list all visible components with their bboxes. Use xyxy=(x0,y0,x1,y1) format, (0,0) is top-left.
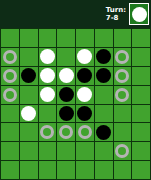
board-cell-e5[interactable] xyxy=(76,105,94,123)
board-cell-e4[interactable] xyxy=(76,86,94,104)
board-cell-g7[interactable] xyxy=(114,142,132,160)
board-cell-b5[interactable] xyxy=(20,105,38,123)
board-cell-b1[interactable] xyxy=(20,29,38,47)
board-cell-g3[interactable] xyxy=(114,67,132,85)
legal-move-ring xyxy=(78,125,92,139)
board-cell-d2[interactable] xyxy=(57,48,75,66)
board-cell-e1[interactable] xyxy=(76,29,94,47)
status-bar: Turn: 7-8 xyxy=(0,0,151,28)
board-cell-c1[interactable] xyxy=(39,29,57,47)
board-cell-g4[interactable] xyxy=(114,86,132,104)
legal-move-ring xyxy=(3,88,17,102)
board xyxy=(0,28,151,180)
board-cell-e6[interactable] xyxy=(76,123,94,141)
legal-move-ring xyxy=(115,69,129,83)
board-cell-a8[interactable] xyxy=(1,161,19,179)
board-cell-h8[interactable] xyxy=(132,161,150,179)
board-cell-c7[interactable] xyxy=(39,142,57,160)
othello-app: Turn: 7-8 xyxy=(0,0,151,180)
legal-move-ring xyxy=(115,144,129,158)
board-cell-a3[interactable] xyxy=(1,67,19,85)
score-text: 7-8 xyxy=(106,14,126,22)
black-disc xyxy=(96,68,111,83)
board-cell-e2[interactable] xyxy=(76,48,94,66)
board-cell-g8[interactable] xyxy=(114,161,132,179)
board-cell-f5[interactable] xyxy=(95,105,113,123)
board-cell-g6[interactable] xyxy=(114,123,132,141)
turn-label: Turn: xyxy=(106,6,126,14)
board-cell-e8[interactable] xyxy=(76,161,94,179)
board-cell-b2[interactable] xyxy=(20,48,38,66)
board-cell-f6[interactable] xyxy=(95,123,113,141)
board-cell-e3[interactable] xyxy=(76,67,94,85)
board-cell-c2[interactable] xyxy=(39,48,57,66)
black-disc xyxy=(77,106,92,121)
board-cell-h4[interactable] xyxy=(132,86,150,104)
black-disc xyxy=(96,49,111,64)
white-disc xyxy=(40,49,55,64)
black-disc xyxy=(59,87,74,102)
board-cell-a1[interactable] xyxy=(1,29,19,47)
turn-info: Turn: 7-8 xyxy=(106,6,126,22)
legal-move-ring xyxy=(3,50,17,64)
white-disc xyxy=(77,49,92,64)
white-disc xyxy=(40,87,55,102)
board-cell-d8[interactable] xyxy=(57,161,75,179)
board-cell-c6[interactable] xyxy=(39,123,57,141)
white-disc xyxy=(59,68,74,83)
board-cell-h7[interactable] xyxy=(132,142,150,160)
board-cell-b3[interactable] xyxy=(20,67,38,85)
board-cell-a6[interactable] xyxy=(1,123,19,141)
board-cell-f2[interactable] xyxy=(95,48,113,66)
board-cell-f7[interactable] xyxy=(95,142,113,160)
board-cell-g1[interactable] xyxy=(114,29,132,47)
board-cell-g5[interactable] xyxy=(114,105,132,123)
board-cell-b4[interactable] xyxy=(20,86,38,104)
black-disc xyxy=(96,125,111,140)
legal-move-ring xyxy=(115,50,129,64)
black-disc xyxy=(21,68,36,83)
legal-move-ring xyxy=(40,125,54,139)
board-cell-d4[interactable] xyxy=(57,86,75,104)
board-cell-d3[interactable] xyxy=(57,67,75,85)
board-cell-d5[interactable] xyxy=(57,105,75,123)
board-cell-c8[interactable] xyxy=(39,161,57,179)
board-cell-a7[interactable] xyxy=(1,142,19,160)
board-cell-h5[interactable] xyxy=(132,105,150,123)
white-disc xyxy=(40,68,55,83)
board-cell-d7[interactable] xyxy=(57,142,75,160)
board-cell-c5[interactable] xyxy=(39,105,57,123)
board-cell-b7[interactable] xyxy=(20,142,38,160)
black-disc xyxy=(77,68,92,83)
board-cell-h3[interactable] xyxy=(132,67,150,85)
board-cell-g2[interactable] xyxy=(114,48,132,66)
black-disc xyxy=(59,106,74,121)
turn-indicator-box xyxy=(129,3,149,25)
legal-move-ring xyxy=(115,88,129,102)
board-cell-h1[interactable] xyxy=(132,29,150,47)
board-cell-c4[interactable] xyxy=(39,86,57,104)
board-cell-b8[interactable] xyxy=(20,161,38,179)
board-cell-b6[interactable] xyxy=(20,123,38,141)
board-cell-h2[interactable] xyxy=(132,48,150,66)
board-cell-c3[interactable] xyxy=(39,67,57,85)
white-disc xyxy=(21,106,36,121)
legal-move-ring xyxy=(3,69,17,83)
white-disc xyxy=(77,87,92,102)
board-cell-e7[interactable] xyxy=(76,142,94,160)
board-cell-h6[interactable] xyxy=(132,123,150,141)
board-cell-d6[interactable] xyxy=(57,123,75,141)
board-cell-f4[interactable] xyxy=(95,86,113,104)
board-cell-f8[interactable] xyxy=(95,161,113,179)
board-cell-f3[interactable] xyxy=(95,67,113,85)
board-cell-a2[interactable] xyxy=(1,48,19,66)
board-cell-a5[interactable] xyxy=(1,105,19,123)
board-cell-a4[interactable] xyxy=(1,86,19,104)
board-cell-d1[interactable] xyxy=(57,29,75,47)
board-cell-f1[interactable] xyxy=(95,29,113,47)
turn-player-disc xyxy=(132,7,147,22)
legal-move-ring xyxy=(59,125,73,139)
